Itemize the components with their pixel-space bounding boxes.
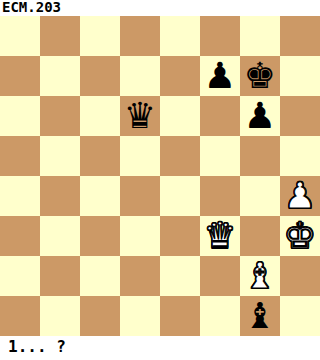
black-pawn-f7: ♟︎ [204, 56, 236, 96]
square-a3[interactable] [0, 216, 40, 256]
white-bishop-g2: ♝︎ [244, 256, 276, 296]
square-g5[interactable] [240, 136, 280, 176]
square-d2[interactable] [120, 256, 160, 296]
square-h5[interactable] [280, 136, 320, 176]
black-queen-d6: ♛︎ [124, 96, 156, 136]
square-c2[interactable] [80, 256, 120, 296]
square-b7[interactable] [40, 56, 80, 96]
move-prompt: 1... ? [0, 336, 320, 360]
square-f8[interactable] [200, 16, 240, 56]
square-c5[interactable] [80, 136, 120, 176]
square-e8[interactable] [160, 16, 200, 56]
square-b8[interactable] [40, 16, 80, 56]
square-g4[interactable] [240, 176, 280, 216]
square-b5[interactable] [40, 136, 80, 176]
square-e1[interactable] [160, 296, 200, 336]
white-queen-f3: ♛︎ [204, 216, 236, 256]
square-a5[interactable] [0, 136, 40, 176]
white-king-h3: ♚︎ [284, 216, 316, 256]
chess-board: ♟︎♚︎♛︎♟︎♟︎♛︎♚︎♝︎♝︎ [0, 16, 320, 336]
square-a2[interactable] [0, 256, 40, 296]
square-g1[interactable]: ♝︎ [240, 296, 280, 336]
square-d7[interactable] [120, 56, 160, 96]
square-d5[interactable] [120, 136, 160, 176]
square-f7[interactable]: ♟︎ [200, 56, 240, 96]
chess-diagram-page: ECM.203 ♟︎♚︎♛︎♟︎♟︎♛︎♚︎♝︎♝︎ 1... ? [0, 0, 320, 360]
square-f5[interactable] [200, 136, 240, 176]
square-e6[interactable] [160, 96, 200, 136]
square-h1[interactable] [280, 296, 320, 336]
square-d8[interactable] [120, 16, 160, 56]
square-b2[interactable] [40, 256, 80, 296]
square-f2[interactable] [200, 256, 240, 296]
square-e5[interactable] [160, 136, 200, 176]
square-f6[interactable] [200, 96, 240, 136]
square-b4[interactable] [40, 176, 80, 216]
square-d6[interactable]: ♛︎ [120, 96, 160, 136]
black-bishop-g1: ♝︎ [244, 296, 276, 336]
square-g6[interactable]: ♟︎ [240, 96, 280, 136]
square-f1[interactable] [200, 296, 240, 336]
square-a1[interactable] [0, 296, 40, 336]
square-d3[interactable] [120, 216, 160, 256]
square-a6[interactable] [0, 96, 40, 136]
square-e2[interactable] [160, 256, 200, 296]
square-b6[interactable] [40, 96, 80, 136]
square-h6[interactable] [280, 96, 320, 136]
square-e4[interactable] [160, 176, 200, 216]
square-c7[interactable] [80, 56, 120, 96]
square-h8[interactable] [280, 16, 320, 56]
square-a4[interactable] [0, 176, 40, 216]
square-b3[interactable] [40, 216, 80, 256]
square-g8[interactable] [240, 16, 280, 56]
square-h2[interactable] [280, 256, 320, 296]
square-g7[interactable]: ♚︎ [240, 56, 280, 96]
square-h7[interactable] [280, 56, 320, 96]
square-e7[interactable] [160, 56, 200, 96]
white-pawn-h4: ♟︎ [284, 176, 316, 216]
square-c1[interactable] [80, 296, 120, 336]
square-c4[interactable] [80, 176, 120, 216]
square-b1[interactable] [40, 296, 80, 336]
square-c3[interactable] [80, 216, 120, 256]
square-a8[interactable] [0, 16, 40, 56]
square-c6[interactable] [80, 96, 120, 136]
square-d4[interactable] [120, 176, 160, 216]
square-g3[interactable] [240, 216, 280, 256]
square-e3[interactable] [160, 216, 200, 256]
diagram-label: ECM.203 [0, 0, 320, 16]
square-h3[interactable]: ♚︎ [280, 216, 320, 256]
black-king-g7: ♚︎ [244, 56, 276, 96]
square-f4[interactable] [200, 176, 240, 216]
square-d1[interactable] [120, 296, 160, 336]
square-g2[interactable]: ♝︎ [240, 256, 280, 296]
square-a7[interactable] [0, 56, 40, 96]
black-pawn-g6: ♟︎ [244, 96, 276, 136]
square-f3[interactable]: ♛︎ [200, 216, 240, 256]
square-c8[interactable] [80, 16, 120, 56]
square-h4[interactable]: ♟︎ [280, 176, 320, 216]
